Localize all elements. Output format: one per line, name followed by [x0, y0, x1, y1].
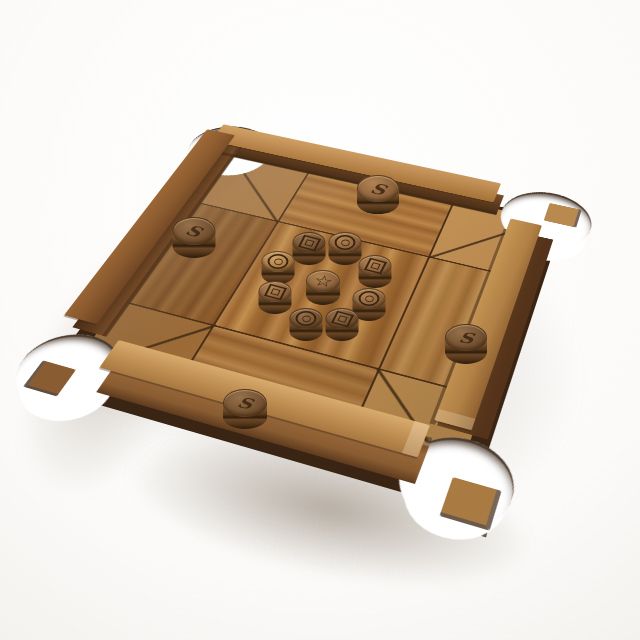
piece-top-face [329, 232, 362, 253]
ring-engraving-icon [359, 291, 380, 306]
letter-engraving-icon: S [183, 222, 204, 239]
piece-top-face [326, 308, 359, 329]
piece-top-face [359, 255, 392, 276]
pieces-layer: SS☆SS [0, 0, 640, 640]
piece-top-face: ☆ [306, 270, 340, 292]
piece-top-face: S [357, 175, 399, 202]
piece-top-face: S [173, 217, 216, 245]
photo-scene: SS☆SS [0, 0, 640, 640]
star-engraving-icon: ☆ [312, 272, 334, 289]
letter-engraving-icon: S [457, 330, 475, 346]
square-engraving-icon [263, 283, 286, 300]
ring-engraving-icon [335, 235, 356, 250]
piece-top-face: S [223, 389, 267, 417]
piece-top-face [290, 308, 323, 329]
ring-engraving-icon [268, 254, 289, 269]
piece-top-face [353, 288, 386, 309]
square-engraving-icon [297, 234, 320, 251]
piece-top-face [259, 281, 292, 302]
square-engraving-icon [330, 310, 353, 327]
ring-engraving-icon [296, 311, 317, 326]
piece-top-face: S [445, 324, 487, 351]
letter-engraving-icon: S [368, 180, 388, 197]
piece-top-face [262, 251, 295, 272]
square-engraving-icon [363, 257, 386, 274]
letter-engraving-icon: S [235, 395, 254, 412]
piece-top-face [293, 232, 326, 253]
